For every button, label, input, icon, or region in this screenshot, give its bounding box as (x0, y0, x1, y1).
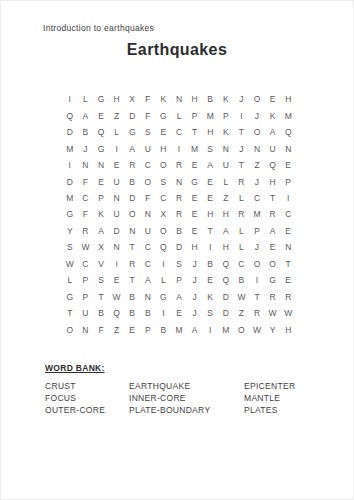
grid-cell: M (187, 140, 203, 156)
grid-cell: W (249, 322, 265, 338)
grid-cell: G (62, 206, 78, 222)
grid-cell: Q (156, 239, 172, 255)
grid-cell: U (218, 157, 234, 173)
word-bank-word: MANTLE (244, 392, 295, 404)
grid-cell: X (156, 206, 172, 222)
grid-cell: A (187, 322, 203, 338)
grid-cell: L (156, 272, 172, 288)
grid-cell: N (140, 206, 156, 222)
grid-cell: O (124, 206, 140, 222)
grid-cell: U (109, 206, 125, 222)
grid-cell: B (124, 305, 140, 321)
grid-cell: L (62, 272, 78, 288)
grid-cell: Q (218, 256, 234, 272)
grid-cell: S (171, 256, 187, 272)
grid-cell: J (234, 91, 250, 107)
grid-cell: I (109, 256, 125, 272)
grid-cell: C (140, 239, 156, 255)
grid-cell: S (156, 173, 172, 189)
grid-cell: J (78, 140, 94, 156)
grid-cell: E (280, 157, 296, 173)
grid-cell: W (234, 289, 250, 305)
grid-cell: D (124, 190, 140, 206)
grid-cell: Z (218, 190, 234, 206)
grid-cell: O (156, 223, 172, 239)
grid-cell: E (109, 157, 125, 173)
grid-cell: O (62, 322, 78, 338)
grid-cell: H (187, 239, 203, 255)
grid-cell: C (78, 256, 94, 272)
grid-cell: E (187, 223, 203, 239)
grid-cell: B (202, 256, 218, 272)
grid-cell: Q (218, 272, 234, 288)
grid-cell: H (218, 206, 234, 222)
grid-cell: J (234, 140, 250, 156)
grid-cell: H (280, 322, 296, 338)
grid-cell: S (140, 124, 156, 140)
grid-cell: Q (109, 305, 125, 321)
grid-cell: N (78, 157, 94, 173)
grid-cell: I (202, 322, 218, 338)
grid-cell: Z (109, 322, 125, 338)
grid-cell: U (109, 173, 125, 189)
grid-cell: X (93, 239, 109, 255)
grid-cell: D (62, 173, 78, 189)
grid-cell: D (218, 289, 234, 305)
grid-cell: E (187, 157, 203, 173)
grid-cell: B (124, 289, 140, 305)
grid-cell: E (171, 305, 187, 321)
grid-cell: L (109, 124, 125, 140)
grid-cell: X (124, 91, 140, 107)
grid-cell: H (187, 91, 203, 107)
grid-cell: D (124, 107, 140, 123)
grid-cell: D (171, 239, 187, 255)
grid-cell: O (265, 256, 281, 272)
grid-cell: L (78, 91, 94, 107)
grid-cell: C (78, 190, 94, 206)
word-bank-word: EARTHQUAKE (129, 380, 210, 392)
grid-cell: B (140, 305, 156, 321)
grid-cell: I (156, 256, 172, 272)
grid-cell: R (171, 206, 187, 222)
grid-cell: I (280, 190, 296, 206)
grid-cell: H (156, 140, 172, 156)
grid-cell: G (265, 272, 281, 288)
grid-cell: O (249, 91, 265, 107)
grid-cell: R (171, 157, 187, 173)
grid-cell: H (218, 239, 234, 255)
grid-cell: O (140, 173, 156, 189)
grid-cell: J (249, 239, 265, 255)
grid-cell: Q (280, 124, 296, 140)
grid-cell: T (124, 272, 140, 288)
worksheet-page: Introduction to earthquakes Earthquakes … (0, 0, 354, 500)
grid-cell: N (93, 157, 109, 173)
word-bank-word: OUTER-CORE (45, 404, 105, 416)
grid-cell: N (109, 239, 125, 255)
grid-cell: J (249, 173, 265, 189)
grid-cell: H (265, 173, 281, 189)
grid-cell: D (62, 124, 78, 140)
grid-cell: O (156, 157, 172, 173)
grid-cell: P (140, 322, 156, 338)
grid-cell: O (234, 322, 250, 338)
grid-cell: E (109, 272, 125, 288)
grid-cell: H (202, 124, 218, 140)
grid-cell: I (62, 91, 78, 107)
word-bank-column-2: EARTHQUAKE INNER-CORE PLATE-BOUNDARY (129, 380, 210, 416)
grid-cell: N (140, 289, 156, 305)
grid-cell: W (62, 256, 78, 272)
word-bank-word: FOCUS (45, 392, 105, 404)
grid-cell: T (202, 223, 218, 239)
grid-cell: P (218, 107, 234, 123)
grid-cell: N (171, 91, 187, 107)
grid-cell: I (234, 107, 250, 123)
grid-cell: C (234, 256, 250, 272)
grid-cell: E (93, 173, 109, 189)
grid-cell: C (280, 206, 296, 222)
grid-cell: A (265, 124, 281, 140)
grid-cell: F (140, 107, 156, 123)
grid-cell: B (78, 124, 94, 140)
grid-cell: A (78, 107, 94, 123)
grid-cell: E (187, 206, 203, 222)
grid-cell: F (78, 206, 94, 222)
grid-cell: D (109, 223, 125, 239)
grid-cell: L (171, 107, 187, 123)
grid-cell: E (156, 124, 172, 140)
grid-cell: C (249, 190, 265, 206)
grid-cell: J (187, 272, 203, 288)
grid-cell: T (93, 289, 109, 305)
grid-cell: T (62, 305, 78, 321)
grid-cell: G (93, 140, 109, 156)
grid-cell: R (234, 206, 250, 222)
grid-cell: E (280, 223, 296, 239)
grid-cell: A (171, 289, 187, 305)
grid-cell: G (156, 289, 172, 305)
grid-cell: U (78, 305, 94, 321)
grid-cell: A (124, 140, 140, 156)
grid-cell: J (187, 256, 203, 272)
word-bank-word: PLATES (244, 404, 295, 416)
grid-cell: P (249, 223, 265, 239)
grid-cell: G (124, 124, 140, 140)
grid-cell: N (124, 223, 140, 239)
grid-cell: R (249, 305, 265, 321)
grid-cell: H (280, 91, 296, 107)
grid-cell: A (202, 157, 218, 173)
grid-cell: M (62, 140, 78, 156)
grid-cell: P (78, 272, 94, 288)
grid-cell: M (62, 190, 78, 206)
grid-cell: R (171, 190, 187, 206)
grid-cell: K (218, 91, 234, 107)
grid-cell: Z (234, 305, 250, 321)
grid-cell: O (249, 124, 265, 140)
grid-cell: F (140, 190, 156, 206)
grid-cell: O (249, 256, 265, 272)
grid-cell: U (140, 140, 156, 156)
grid-cell: C (156, 190, 172, 206)
grid-cell: R (234, 173, 250, 189)
grid-cell: Z (249, 157, 265, 173)
grid-cell: B (156, 322, 172, 338)
grid-cell: M (202, 107, 218, 123)
grid-cell: B (93, 305, 109, 321)
grid-cell: M (218, 322, 234, 338)
grid-cell: T (265, 190, 281, 206)
grid-cell: Y (265, 322, 281, 338)
word-bank-word: EPICENTER (244, 380, 295, 392)
grid-cell: K (202, 289, 218, 305)
grid-cell: J (249, 107, 265, 123)
grid-cell: R (265, 206, 281, 222)
grid-cell: G (62, 289, 78, 305)
grid-cell: A (265, 223, 281, 239)
grid-cell: W (265, 305, 281, 321)
page-subtitle: Introduction to earthquakes (43, 23, 154, 33)
grid-cell: N (218, 140, 234, 156)
grid-cell: L (234, 190, 250, 206)
grid-cell: S (202, 305, 218, 321)
grid-cell: P (171, 272, 187, 288)
grid-cell: F (93, 322, 109, 338)
grid-cell: I (109, 140, 125, 156)
grid-cell: W (78, 239, 94, 255)
grid-cell: Q (62, 107, 78, 123)
grid-cell: R (124, 256, 140, 272)
grid-cell: R (78, 223, 94, 239)
grid-cell: S (62, 239, 78, 255)
grid-cell: N (109, 190, 125, 206)
grid-cell: N (171, 173, 187, 189)
grid-cell: C (140, 157, 156, 173)
grid-cell: P (78, 289, 94, 305)
grid-cell: T (249, 289, 265, 305)
word-bank-word: PLATE-BOUNDARY (129, 404, 210, 416)
grid-cell: L (218, 173, 234, 189)
grid-cell: S (93, 272, 109, 288)
grid-cell: T (124, 239, 140, 255)
grid-cell: P (280, 173, 296, 189)
grid-cell: E (202, 173, 218, 189)
grid-cell: I (202, 239, 218, 255)
grid-cell: E (265, 91, 281, 107)
grid-cell: R (280, 289, 296, 305)
grid-cell: M (249, 206, 265, 222)
grid-cell: I (249, 272, 265, 288)
grid-cell: U (265, 140, 281, 156)
grid-cell: F (140, 91, 156, 107)
grid-cell: C (140, 256, 156, 272)
grid-cell: I (156, 305, 172, 321)
word-bank-word: CRUST (45, 380, 105, 392)
grid-cell: Y (62, 223, 78, 239)
grid-cell: Z (109, 107, 125, 123)
grid-cell: F (78, 173, 94, 189)
grid-cell: M (280, 107, 296, 123)
grid-cell: E (124, 322, 140, 338)
grid-cell: Q (265, 157, 281, 173)
grid-cell: B (171, 223, 187, 239)
grid-cell: B (234, 272, 250, 288)
grid-cell: P (93, 190, 109, 206)
word-bank-column-1: CRUST FOCUS OUTER-CORE (45, 380, 105, 416)
grid-cell: N (280, 140, 296, 156)
word-search-grid: ILGHXFKNHBKJOEHQAEZDFGLPMPIJKMDBQLGSECTH… (62, 91, 296, 338)
grid-cell: L (234, 239, 250, 255)
grid-cell: H (202, 206, 218, 222)
grid-cell: I (62, 157, 78, 173)
grid-cell: Q (93, 124, 109, 140)
grid-cell: S (202, 140, 218, 156)
grid-cell: K (218, 124, 234, 140)
page-title: Earthquakes (1, 41, 353, 59)
grid-cell: T (280, 256, 296, 272)
grid-cell: E (93, 107, 109, 123)
grid-cell: E (265, 239, 281, 255)
grid-cell: V (93, 256, 109, 272)
grid-cell: E (280, 272, 296, 288)
word-bank-column-3: EPICENTER MANTLE PLATES (244, 380, 295, 416)
grid-cell: R (265, 289, 281, 305)
grid-cell: J (187, 305, 203, 321)
grid-cell: H (109, 91, 125, 107)
grid-cell: K (156, 91, 172, 107)
grid-cell: E (202, 190, 218, 206)
grid-cell: W (109, 289, 125, 305)
grid-cell: G (93, 91, 109, 107)
grid-cell: D (218, 305, 234, 321)
word-bank-label: WORD BANK: (45, 363, 105, 373)
grid-cell: E (187, 190, 203, 206)
grid-cell: T (187, 124, 203, 140)
grid-cell: K (93, 206, 109, 222)
grid-cell: U (140, 223, 156, 239)
grid-cell: B (124, 173, 140, 189)
grid-cell: R (124, 157, 140, 173)
grid-cell: G (187, 173, 203, 189)
grid-cell: J (187, 289, 203, 305)
grid-cell: P (187, 107, 203, 123)
grid-cell: M (171, 322, 187, 338)
grid-cell: W (280, 305, 296, 321)
grid-cell: A (140, 272, 156, 288)
grid-cell: G (156, 107, 172, 123)
grid-cell: T (234, 124, 250, 140)
grid-cell: N (78, 322, 94, 338)
grid-cell: N (249, 140, 265, 156)
grid-cell: N (280, 239, 296, 255)
grid-cell: A (93, 223, 109, 239)
grid-cell: L (234, 223, 250, 239)
grid-cell: T (234, 157, 250, 173)
word-bank-word: INNER-CORE (129, 392, 210, 404)
grid-cell: C (171, 124, 187, 140)
grid-cell: I (171, 140, 187, 156)
grid-cell: K (265, 107, 281, 123)
grid-cell: A (218, 223, 234, 239)
grid-cell: B (202, 91, 218, 107)
grid-cell: E (202, 272, 218, 288)
